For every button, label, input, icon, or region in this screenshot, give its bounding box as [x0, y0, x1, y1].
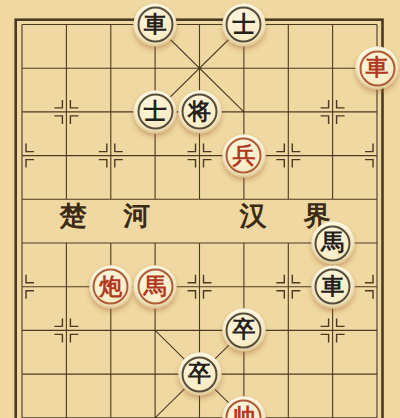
piece-glyph: 帅 — [232, 405, 255, 418]
piece-glyph: 将 — [188, 99, 211, 122]
piece-glyph: 馬 — [321, 231, 344, 254]
piece-black-chariot[interactable]: 車 — [311, 265, 354, 308]
piece-red-chariot[interactable]: 車 — [356, 47, 399, 90]
piece-black-soldier[interactable]: 卒 — [222, 309, 265, 352]
piece-glyph: 車 — [321, 274, 344, 297]
piece-red-general[interactable]: 帅 — [222, 396, 265, 418]
piece-black-advisor[interactable]: 士 — [222, 3, 265, 46]
piece-glyph: 兵 — [232, 143, 255, 166]
piece-glyph: 卒 — [232, 318, 255, 341]
piece-glyph: 士 — [144, 99, 167, 122]
piece-glyph: 車 — [366, 56, 389, 79]
piece-red-soldier[interactable]: 兵 — [222, 134, 265, 177]
piece-glyph: 卒 — [188, 362, 211, 385]
piece-glyph: 士 — [232, 12, 255, 35]
piece-black-chariot[interactable]: 車 — [134, 3, 177, 46]
piece-black-general[interactable]: 将 — [178, 90, 221, 133]
piece-glyph: 馬 — [144, 274, 167, 297]
piece-red-horse[interactable]: 馬 — [134, 265, 177, 308]
piece-black-advisor[interactable]: 士 — [134, 90, 177, 133]
piece-glyph: 車 — [144, 12, 167, 35]
piece-black-horse[interactable]: 馬 — [311, 222, 354, 265]
piece-glyph: 炮 — [99, 274, 122, 297]
pieces-layer: 車士車士将兵馬炮馬車卒卒帅 — [0, 0, 400, 418]
piece-red-cannon[interactable]: 炮 — [89, 265, 132, 308]
piece-black-soldier[interactable]: 卒 — [178, 353, 221, 396]
xiangqi-board: 楚 河 汉 界 車士車士将兵馬炮馬車卒卒帅 — [0, 0, 400, 418]
